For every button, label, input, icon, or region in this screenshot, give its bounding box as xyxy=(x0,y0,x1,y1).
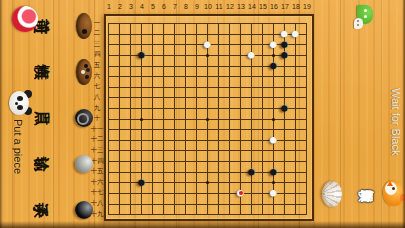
row-label: 1 xyxy=(103,3,116,13)
grid-line xyxy=(108,161,307,162)
stone-white: ● xyxy=(246,49,258,61)
stone-black: ● xyxy=(268,60,280,72)
grid-line xyxy=(108,150,307,151)
shoutan-button-label: 手谈 xyxy=(60,201,62,220)
grid-line xyxy=(108,204,307,205)
col-label: 十二 xyxy=(89,135,105,145)
resign-button-label: 认输 xyxy=(60,155,62,174)
stone-white: ● xyxy=(268,39,280,51)
exit-button[interactable] xyxy=(12,6,38,32)
edge-shade xyxy=(0,0,3,228)
grid-line xyxy=(197,23,198,215)
black-stone-ring-icon xyxy=(74,105,94,131)
stone-black: ● xyxy=(136,177,148,189)
stone-white: ● xyxy=(268,187,280,199)
grid-line xyxy=(186,23,187,215)
count-button-label: 点目 xyxy=(60,109,62,128)
stone-black: ● xyxy=(246,166,258,178)
gray-stone-icon xyxy=(74,151,94,177)
undo-button[interactable]: 悔棋 xyxy=(32,54,94,90)
bowl-with-stone-icon xyxy=(74,13,94,39)
grid-line xyxy=(109,23,110,215)
grid-line xyxy=(175,23,176,215)
black-stone-icon xyxy=(74,197,94,223)
stone-white: ● xyxy=(202,39,214,51)
stone-black: ● xyxy=(279,49,291,61)
grid-line xyxy=(108,214,307,215)
grid-line xyxy=(108,129,307,130)
forward-button-label: 前进 xyxy=(60,17,62,36)
stone-white-last-move: ● xyxy=(235,187,247,199)
count-button[interactable]: 点目 xyxy=(32,100,94,136)
grid-line xyxy=(153,23,154,215)
bowl-with-stones-icon xyxy=(74,59,94,85)
resign-button[interactable]: 认输 xyxy=(32,146,94,182)
screenshot-viewport: Wait for Black 19一18二17三16四15五14六13七12八1… xyxy=(0,0,405,228)
undo-button-label: 悔棋 xyxy=(60,63,62,82)
last-move-marker xyxy=(239,191,243,195)
clam-shell-bowl xyxy=(322,181,342,207)
grid-line xyxy=(131,23,132,215)
app-stage-rotated: Wait for Black 19一18二17三16四15五14六13七12八1… xyxy=(0,0,405,228)
stone-white: ● xyxy=(268,134,280,146)
edge-shade xyxy=(0,221,405,228)
forward-button[interactable]: 前进 xyxy=(32,8,94,44)
panda-avatar xyxy=(8,90,32,116)
grid-line xyxy=(120,23,121,215)
grid-line xyxy=(164,23,165,215)
stone-black: ● xyxy=(268,166,280,178)
status-put-a-piece: Put a piece xyxy=(12,119,24,174)
stone-black: ● xyxy=(136,49,148,61)
stone-black: ● xyxy=(279,103,291,115)
